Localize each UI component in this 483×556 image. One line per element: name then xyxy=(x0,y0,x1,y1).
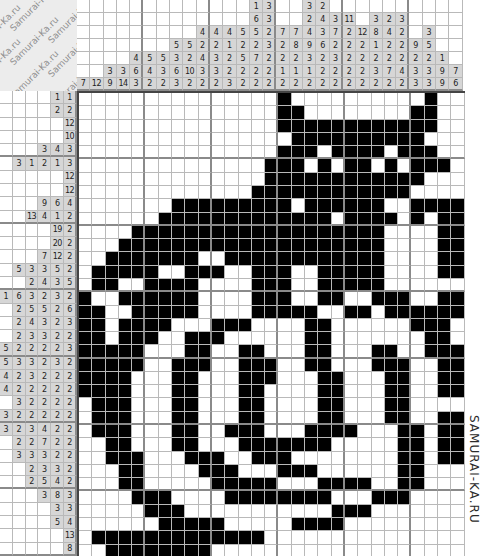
grid-cell[interactable] xyxy=(345,518,358,531)
grid-cell[interactable] xyxy=(185,213,198,226)
grid-cell[interactable] xyxy=(358,266,371,279)
grid-cell[interactable] xyxy=(92,505,105,518)
grid-cell[interactable] xyxy=(172,279,185,292)
grid-cell[interactable] xyxy=(265,452,278,465)
grid-cell[interactable] xyxy=(225,412,238,425)
grid-cell[interactable] xyxy=(106,93,119,106)
grid-cell[interactable] xyxy=(185,385,198,398)
grid-cell[interactable] xyxy=(385,252,398,265)
grid-cell[interactable] xyxy=(106,279,119,292)
grid-cell[interactable] xyxy=(225,120,238,133)
grid-cell[interactable] xyxy=(92,398,105,411)
grid-cell[interactable] xyxy=(212,372,225,385)
grid-cell[interactable] xyxy=(252,438,265,451)
grid-cell[interactable] xyxy=(318,345,331,358)
grid-cell[interactable] xyxy=(425,279,438,292)
grid-cell[interactable] xyxy=(119,252,132,265)
grid-cell[interactable] xyxy=(145,213,158,226)
grid-cell[interactable] xyxy=(438,505,451,518)
grid-cell[interactable] xyxy=(239,345,252,358)
grid-cell[interactable] xyxy=(106,345,119,358)
grid-cell[interactable] xyxy=(265,531,278,544)
grid-cell[interactable] xyxy=(252,306,265,319)
grid-cell[interactable] xyxy=(398,345,411,358)
grid-cell[interactable] xyxy=(92,465,105,478)
grid-cell[interactable] xyxy=(265,226,278,239)
grid-cell[interactable] xyxy=(425,332,438,345)
grid-cell[interactable] xyxy=(225,438,238,451)
grid-cell[interactable] xyxy=(106,398,119,411)
grid-cell[interactable] xyxy=(185,425,198,438)
grid-cell[interactable] xyxy=(305,332,318,345)
grid-cell[interactable] xyxy=(172,159,185,172)
grid-cell[interactable] xyxy=(425,93,438,106)
grid-cell[interactable] xyxy=(265,425,278,438)
grid-cell[interactable] xyxy=(225,239,238,252)
grid-cell[interactable] xyxy=(292,266,305,279)
grid-cell[interactable] xyxy=(451,93,464,106)
grid-cell[interactable] xyxy=(411,398,424,411)
grid-cell[interactable] xyxy=(358,319,371,332)
grid-cell[interactable] xyxy=(345,478,358,491)
grid-cell[interactable] xyxy=(278,173,291,186)
grid-cell[interactable] xyxy=(385,173,398,186)
grid-cell[interactable] xyxy=(398,146,411,159)
grid-cell[interactable] xyxy=(185,173,198,186)
grid-cell[interactable] xyxy=(425,372,438,385)
grid-cell[interactable] xyxy=(358,252,371,265)
grid-cell[interactable] xyxy=(239,93,252,106)
grid-cell[interactable] xyxy=(159,478,172,491)
grid-cell[interactable] xyxy=(159,213,172,226)
grid-cell[interactable] xyxy=(265,173,278,186)
grid-cell[interactable] xyxy=(451,226,464,239)
grid-cell[interactable] xyxy=(305,213,318,226)
grid-cell[interactable] xyxy=(345,106,358,119)
grid-cell[interactable] xyxy=(278,545,291,556)
grid-cell[interactable] xyxy=(372,226,385,239)
grid-cell[interactable] xyxy=(438,292,451,305)
grid-cell[interactable] xyxy=(345,505,358,518)
grid-cell[interactable] xyxy=(265,438,278,451)
grid-cell[interactable] xyxy=(132,385,145,398)
grid-cell[interactable] xyxy=(119,345,132,358)
grid-cell[interactable] xyxy=(265,159,278,172)
grid-cell[interactable] xyxy=(172,385,185,398)
grid-cell[interactable] xyxy=(199,279,212,292)
grid-cell[interactable] xyxy=(265,359,278,372)
grid-cell[interactable] xyxy=(398,239,411,252)
grid-cell[interactable] xyxy=(239,159,252,172)
grid-cell[interactable] xyxy=(425,292,438,305)
grid-cell[interactable] xyxy=(159,438,172,451)
grid-cell[interactable] xyxy=(199,306,212,319)
grid-cell[interactable] xyxy=(252,531,265,544)
grid-cell[interactable] xyxy=(252,239,265,252)
grid-cell[interactable] xyxy=(292,292,305,305)
grid-cell[interactable] xyxy=(425,252,438,265)
grid-cell[interactable] xyxy=(172,292,185,305)
grid-cell[interactable] xyxy=(292,398,305,411)
grid-cell[interactable] xyxy=(212,120,225,133)
grid-cell[interactable] xyxy=(132,239,145,252)
grid-cell[interactable] xyxy=(265,93,278,106)
grid-cell[interactable] xyxy=(292,146,305,159)
grid-cell[interactable] xyxy=(318,93,331,106)
grid-cell[interactable] xyxy=(305,319,318,332)
grid-cell[interactable] xyxy=(278,332,291,345)
grid-cell[interactable] xyxy=(305,306,318,319)
grid-cell[interactable] xyxy=(385,385,398,398)
grid-cell[interactable] xyxy=(119,106,132,119)
grid-cell[interactable] xyxy=(318,106,331,119)
grid-cell[interactable] xyxy=(398,465,411,478)
grid-cell[interactable] xyxy=(119,398,132,411)
grid-cell[interactable] xyxy=(398,452,411,465)
grid-cell[interactable] xyxy=(372,478,385,491)
grid-cell[interactable] xyxy=(145,159,158,172)
grid-cell[interactable] xyxy=(345,266,358,279)
grid-cell[interactable] xyxy=(159,545,172,556)
grid-cell[interactable] xyxy=(239,106,252,119)
grid-cell[interactable] xyxy=(345,425,358,438)
grid-cell[interactable] xyxy=(451,332,464,345)
grid-cell[interactable] xyxy=(185,332,198,345)
grid-cell[interactable] xyxy=(199,133,212,146)
grid-cell[interactable] xyxy=(372,332,385,345)
grid-cell[interactable] xyxy=(132,159,145,172)
grid-cell[interactable] xyxy=(318,186,331,199)
grid-cell[interactable] xyxy=(438,545,451,556)
grid-cell[interactable] xyxy=(332,412,345,425)
grid-cell[interactable] xyxy=(411,186,424,199)
grid-cell[interactable] xyxy=(225,452,238,465)
grid-cell[interactable] xyxy=(305,412,318,425)
grid-cell[interactable] xyxy=(438,226,451,239)
grid-cell[interactable] xyxy=(159,93,172,106)
grid-cell[interactable] xyxy=(119,173,132,186)
grid-cell[interactable] xyxy=(172,478,185,491)
grid-cell[interactable] xyxy=(79,159,92,172)
grid-cell[interactable] xyxy=(411,93,424,106)
grid-cell[interactable] xyxy=(132,491,145,504)
grid-cell[interactable] xyxy=(172,491,185,504)
grid-cell[interactable] xyxy=(172,252,185,265)
grid-cell[interactable] xyxy=(92,292,105,305)
grid-cell[interactable] xyxy=(292,213,305,226)
grid-cell[interactable] xyxy=(265,279,278,292)
grid-cell[interactable] xyxy=(225,226,238,239)
grid-cell[interactable] xyxy=(119,518,132,531)
grid-cell[interactable] xyxy=(385,279,398,292)
grid-cell[interactable] xyxy=(79,173,92,186)
grid-cell[interactable] xyxy=(252,226,265,239)
grid-cell[interactable] xyxy=(345,531,358,544)
grid-cell[interactable] xyxy=(358,120,371,133)
grid-cell[interactable] xyxy=(119,478,132,491)
grid-cell[interactable] xyxy=(385,332,398,345)
grid-cell[interactable] xyxy=(358,505,371,518)
grid-cell[interactable] xyxy=(372,412,385,425)
grid-cell[interactable] xyxy=(212,505,225,518)
grid-cell[interactable] xyxy=(358,306,371,319)
grid-cell[interactable] xyxy=(425,452,438,465)
grid-cell[interactable] xyxy=(398,518,411,531)
grid-cell[interactable] xyxy=(172,438,185,451)
grid-cell[interactable] xyxy=(92,425,105,438)
grid-cell[interactable] xyxy=(185,226,198,239)
grid-cell[interactable] xyxy=(451,106,464,119)
grid-cell[interactable] xyxy=(345,133,358,146)
grid-cell[interactable] xyxy=(79,412,92,425)
grid-cell[interactable] xyxy=(345,186,358,199)
grid-cell[interactable] xyxy=(119,186,132,199)
grid-cell[interactable] xyxy=(385,159,398,172)
grid-cell[interactable] xyxy=(332,106,345,119)
grid-cell[interactable] xyxy=(451,531,464,544)
grid-cell[interactable] xyxy=(92,372,105,385)
grid-cell[interactable] xyxy=(438,518,451,531)
grid-cell[interactable] xyxy=(425,478,438,491)
grid-cell[interactable] xyxy=(438,359,451,372)
grid-cell[interactable] xyxy=(199,252,212,265)
grid-cell[interactable] xyxy=(358,199,371,212)
grid-cell[interactable] xyxy=(212,239,225,252)
grid-cell[interactable] xyxy=(132,345,145,358)
grid-cell[interactable] xyxy=(292,385,305,398)
grid-cell[interactable] xyxy=(252,159,265,172)
grid-cell[interactable] xyxy=(252,425,265,438)
grid-cell[interactable] xyxy=(425,186,438,199)
grid-cell[interactable] xyxy=(172,266,185,279)
grid-cell[interactable] xyxy=(332,505,345,518)
grid-cell[interactable] xyxy=(212,173,225,186)
grid-cell[interactable] xyxy=(199,173,212,186)
grid-cell[interactable] xyxy=(398,120,411,133)
grid-cell[interactable] xyxy=(185,133,198,146)
grid-cell[interactable] xyxy=(278,505,291,518)
grid-cell[interactable] xyxy=(225,266,238,279)
grid-cell[interactable] xyxy=(225,372,238,385)
grid-cell[interactable] xyxy=(239,505,252,518)
grid-cell[interactable] xyxy=(305,106,318,119)
grid-cell[interactable] xyxy=(345,545,358,556)
grid-cell[interactable] xyxy=(106,133,119,146)
grid-cell[interactable] xyxy=(212,266,225,279)
grid-cell[interactable] xyxy=(79,306,92,319)
grid-cell[interactable] xyxy=(132,438,145,451)
grid-cell[interactable] xyxy=(358,93,371,106)
grid-cell[interactable] xyxy=(199,465,212,478)
grid-cell[interactable] xyxy=(212,425,225,438)
grid-cell[interactable] xyxy=(212,146,225,159)
grid-cell[interactable] xyxy=(438,120,451,133)
grid-cell[interactable] xyxy=(79,106,92,119)
grid-cell[interactable] xyxy=(159,359,172,372)
grid-cell[interactable] xyxy=(185,398,198,411)
grid-cell[interactable] xyxy=(92,120,105,133)
grid-cell[interactable] xyxy=(372,279,385,292)
grid-cell[interactable] xyxy=(385,425,398,438)
grid-cell[interactable] xyxy=(212,531,225,544)
grid-cell[interactable] xyxy=(278,159,291,172)
grid-cell[interactable] xyxy=(318,478,331,491)
grid-cell[interactable] xyxy=(425,226,438,239)
grid-cell[interactable] xyxy=(278,226,291,239)
grid-cell[interactable] xyxy=(199,146,212,159)
grid-cell[interactable] xyxy=(239,133,252,146)
grid-cell[interactable] xyxy=(411,213,424,226)
grid-cell[interactable] xyxy=(372,292,385,305)
grid-cell[interactable] xyxy=(212,345,225,358)
grid-cell[interactable] xyxy=(278,478,291,491)
grid-cell[interactable] xyxy=(358,332,371,345)
grid-cell[interactable] xyxy=(145,226,158,239)
grid-cell[interactable] xyxy=(145,319,158,332)
grid-cell[interactable] xyxy=(358,146,371,159)
grid-cell[interactable] xyxy=(252,398,265,411)
grid-cell[interactable] xyxy=(252,478,265,491)
grid-cell[interactable] xyxy=(199,531,212,544)
grid-cell[interactable] xyxy=(185,106,198,119)
grid-cell[interactable] xyxy=(305,345,318,358)
grid-cell[interactable] xyxy=(278,359,291,372)
grid-cell[interactable] xyxy=(292,252,305,265)
grid-cell[interactable] xyxy=(292,239,305,252)
grid-cell[interactable] xyxy=(252,146,265,159)
grid-cell[interactable] xyxy=(239,173,252,186)
grid-cell[interactable] xyxy=(411,465,424,478)
grid-cell[interactable] xyxy=(252,120,265,133)
grid-cell[interactable] xyxy=(119,531,132,544)
grid-cell[interactable] xyxy=(172,93,185,106)
grid-cell[interactable] xyxy=(92,93,105,106)
grid-cell[interactable] xyxy=(225,186,238,199)
grid-cell[interactable] xyxy=(252,465,265,478)
grid-cell[interactable] xyxy=(398,478,411,491)
grid-cell[interactable] xyxy=(451,345,464,358)
grid-cell[interactable] xyxy=(358,292,371,305)
grid-cell[interactable] xyxy=(132,306,145,319)
grid-cell[interactable] xyxy=(132,93,145,106)
grid-cell[interactable] xyxy=(119,425,132,438)
grid-cell[interactable] xyxy=(172,306,185,319)
grid-cell[interactable] xyxy=(239,491,252,504)
grid-cell[interactable] xyxy=(411,279,424,292)
grid-cell[interactable] xyxy=(385,266,398,279)
grid-cell[interactable] xyxy=(106,412,119,425)
grid-cell[interactable] xyxy=(265,106,278,119)
grid-cell[interactable] xyxy=(252,93,265,106)
grid-cell[interactable] xyxy=(132,106,145,119)
grid-cell[interactable] xyxy=(252,518,265,531)
grid-cell[interactable] xyxy=(372,252,385,265)
grid-cell[interactable] xyxy=(212,518,225,531)
grid-cell[interactable] xyxy=(385,545,398,556)
grid-cell[interactable] xyxy=(132,279,145,292)
grid-cell[interactable] xyxy=(398,438,411,451)
grid-cell[interactable] xyxy=(119,120,132,133)
grid-cell[interactable] xyxy=(358,385,371,398)
grid-cell[interactable] xyxy=(212,385,225,398)
grid-cell[interactable] xyxy=(92,545,105,556)
grid-cell[interactable] xyxy=(159,452,172,465)
grid-cell[interactable] xyxy=(398,319,411,332)
grid-cell[interactable] xyxy=(145,199,158,212)
grid-cell[interactable] xyxy=(106,213,119,226)
grid-cell[interactable] xyxy=(106,531,119,544)
grid-cell[interactable] xyxy=(292,279,305,292)
grid-cell[interactable] xyxy=(92,106,105,119)
grid-cell[interactable] xyxy=(145,120,158,133)
grid-cell[interactable] xyxy=(79,213,92,226)
grid-cell[interactable] xyxy=(345,120,358,133)
grid-cell[interactable] xyxy=(305,478,318,491)
grid-cell[interactable] xyxy=(145,438,158,451)
grid-cell[interactable] xyxy=(411,531,424,544)
grid-cell[interactable] xyxy=(159,252,172,265)
grid-cell[interactable] xyxy=(239,319,252,332)
grid-cell[interactable] xyxy=(225,213,238,226)
grid-cell[interactable] xyxy=(345,372,358,385)
grid-cell[interactable] xyxy=(79,372,92,385)
grid-cell[interactable] xyxy=(318,120,331,133)
grid-cell[interactable] xyxy=(278,518,291,531)
grid-cell[interactable] xyxy=(239,252,252,265)
grid-cell[interactable] xyxy=(411,266,424,279)
grid-cell[interactable] xyxy=(318,226,331,239)
grid-cell[interactable] xyxy=(425,491,438,504)
grid-cell[interactable] xyxy=(372,372,385,385)
grid-cell[interactable] xyxy=(212,186,225,199)
grid-cell[interactable] xyxy=(212,412,225,425)
grid-cell[interactable] xyxy=(252,359,265,372)
grid-cell[interactable] xyxy=(345,438,358,451)
grid-cell[interactable] xyxy=(411,345,424,358)
grid-cell[interactable] xyxy=(172,465,185,478)
grid-cell[interactable] xyxy=(199,425,212,438)
grid-cell[interactable] xyxy=(398,545,411,556)
grid-cell[interactable] xyxy=(345,398,358,411)
grid-cell[interactable] xyxy=(385,292,398,305)
grid-cell[interactable] xyxy=(212,226,225,239)
grid-cell[interactable] xyxy=(372,239,385,252)
grid-cell[interactable] xyxy=(278,266,291,279)
grid-cell[interactable] xyxy=(451,465,464,478)
grid-cell[interactable] xyxy=(265,186,278,199)
grid-cell[interactable] xyxy=(132,545,145,556)
grid-cell[interactable] xyxy=(212,199,225,212)
grid-cell[interactable] xyxy=(358,159,371,172)
grid-cell[interactable] xyxy=(332,133,345,146)
grid-cell[interactable] xyxy=(438,531,451,544)
grid-cell[interactable] xyxy=(358,478,371,491)
grid-cell[interactable] xyxy=(398,173,411,186)
grid-cell[interactable] xyxy=(398,159,411,172)
grid-cell[interactable] xyxy=(425,159,438,172)
grid-cell[interactable] xyxy=(398,213,411,226)
grid-cell[interactable] xyxy=(145,292,158,305)
grid-cell[interactable] xyxy=(159,173,172,186)
grid-cell[interactable] xyxy=(92,385,105,398)
grid-cell[interactable] xyxy=(425,438,438,451)
grid-cell[interactable] xyxy=(438,252,451,265)
grid-cell[interactable] xyxy=(305,425,318,438)
grid-cell[interactable] xyxy=(305,292,318,305)
grid-cell[interactable] xyxy=(305,505,318,518)
grid-cell[interactable] xyxy=(411,545,424,556)
grid-cell[interactable] xyxy=(292,106,305,119)
